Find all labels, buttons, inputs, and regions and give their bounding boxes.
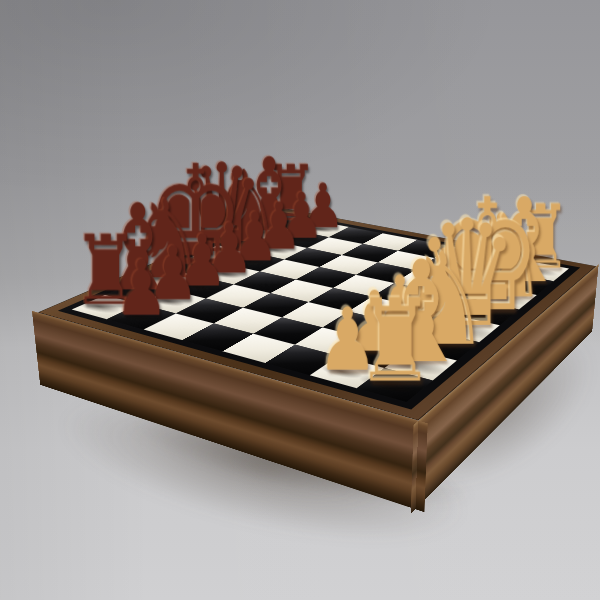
rook-icon: ♜ (262, 285, 529, 399)
chess-box: ♜♟♟♜♝♟♟♝♞♟♟♞♛♟♟♚♚♟♟♛♞♟♟♞♝♟♟♝♜♟♟♜ (38, 208, 597, 421)
pawn-icon: ♟ (51, 249, 231, 326)
product-photo-scene: ♜♟♟♜♝♟♟♝♞♟♟♞♛♟♟♚♚♟♟♛♞♟♟♞♝♟♟♝♜♟♟♜ (0, 0, 600, 600)
square-a1: ♜ (357, 368, 433, 402)
